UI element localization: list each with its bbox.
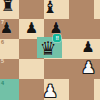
- brilliant-move-badge-icon: !!: [53, 34, 61, 42]
- rank-label-4: 4: [1, 81, 4, 87]
- black-pawn-b7[interactable]: ♟: [25, 21, 38, 36]
- black-pawn-a7[interactable]: ♟: [0, 20, 13, 35]
- white-pawn-c4[interactable]: ♟: [42, 83, 57, 100]
- square-d4[interactable]: [69, 79, 94, 100]
- black-rook-a8[interactable]: ♜: [1, 0, 15, 14]
- rank-label-6: 6: [1, 40, 4, 46]
- square-e7[interactable]: [94, 19, 100, 39]
- square-d7[interactable]: [69, 19, 94, 39]
- rank-label-5: 5: [1, 59, 4, 65]
- black-bishop-c8[interactable]: ♝: [42, 0, 57, 15]
- square-b8[interactable]: [19, 0, 44, 19]
- chess-board[interactable]: ♜♝♟♟♟♛♟♟♟7654!!: [0, 0, 100, 100]
- square-e8[interactable]: [94, 0, 100, 19]
- square-b4[interactable]: [19, 79, 44, 100]
- square-c5[interactable]: [44, 59, 69, 79]
- black-pawn-d6[interactable]: ♟: [81, 39, 94, 54]
- square-e6[interactable]: [94, 39, 100, 59]
- square-e4[interactable]: [94, 79, 100, 100]
- square-d8[interactable]: [69, 0, 94, 19]
- white-pawn-d5[interactable]: ♟: [81, 60, 95, 76]
- square-b5[interactable]: [19, 59, 44, 79]
